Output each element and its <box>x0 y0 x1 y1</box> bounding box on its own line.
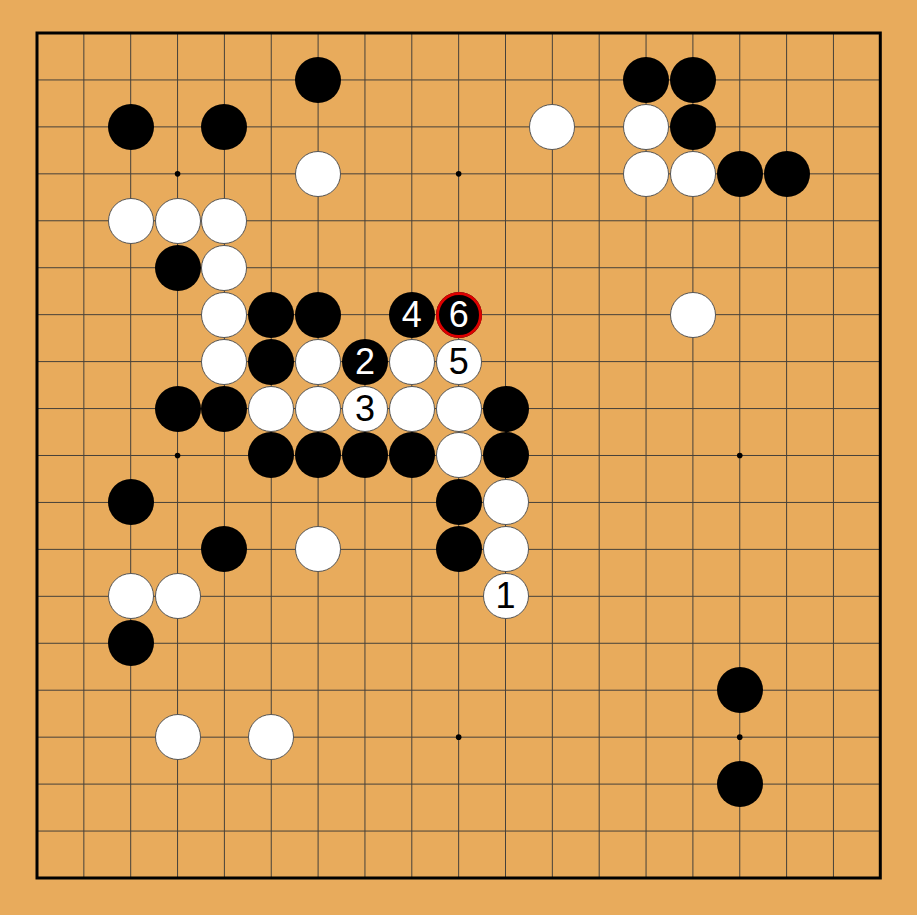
intersection[interactable]: 5 <box>435 338 482 385</box>
intersection[interactable] <box>295 244 342 291</box>
intersection[interactable] <box>435 197 482 244</box>
intersection[interactable] <box>435 620 482 667</box>
intersection[interactable] <box>60 291 107 338</box>
intersection[interactable] <box>763 103 810 150</box>
intersection[interactable] <box>716 479 763 526</box>
intersection[interactable] <box>201 573 248 620</box>
intersection[interactable] <box>623 10 670 57</box>
intersection[interactable] <box>154 667 201 714</box>
intersection[interactable] <box>201 197 248 244</box>
intersection[interactable] <box>107 714 154 761</box>
intersection[interactable] <box>857 197 904 244</box>
intersection[interactable] <box>60 197 107 244</box>
intersection[interactable] <box>60 854 107 901</box>
intersection[interactable] <box>14 56 61 103</box>
intersection[interactable]: 3 <box>342 385 389 432</box>
intersection[interactable] <box>388 244 435 291</box>
intersection[interactable] <box>576 667 623 714</box>
intersection[interactable] <box>529 714 576 761</box>
intersection[interactable] <box>388 854 435 901</box>
intersection[interactable] <box>576 56 623 103</box>
intersection[interactable] <box>810 338 857 385</box>
intersection[interactable] <box>248 103 295 150</box>
intersection[interactable] <box>60 761 107 808</box>
intersection[interactable] <box>295 854 342 901</box>
intersection[interactable] <box>248 573 295 620</box>
intersection[interactable] <box>529 338 576 385</box>
intersection[interactable] <box>154 291 201 338</box>
intersection[interactable] <box>295 150 342 197</box>
intersection[interactable] <box>14 291 61 338</box>
intersection[interactable] <box>716 526 763 573</box>
intersection[interactable] <box>435 808 482 855</box>
intersection[interactable] <box>716 197 763 244</box>
intersection[interactable] <box>576 714 623 761</box>
intersection[interactable] <box>107 10 154 57</box>
intersection[interactable] <box>857 667 904 714</box>
intersection[interactable] <box>201 854 248 901</box>
intersection[interactable] <box>295 573 342 620</box>
intersection[interactable] <box>60 10 107 57</box>
intersection[interactable] <box>388 714 435 761</box>
intersection[interactable] <box>529 667 576 714</box>
intersection[interactable] <box>388 150 435 197</box>
intersection[interactable] <box>529 291 576 338</box>
intersection[interactable] <box>482 667 529 714</box>
intersection[interactable] <box>716 338 763 385</box>
intersection[interactable] <box>388 197 435 244</box>
intersection[interactable] <box>154 479 201 526</box>
intersection[interactable] <box>435 714 482 761</box>
intersection[interactable] <box>810 854 857 901</box>
intersection[interactable] <box>435 761 482 808</box>
intersection[interactable] <box>201 714 248 761</box>
intersection[interactable] <box>623 667 670 714</box>
intersection[interactable] <box>295 808 342 855</box>
intersection[interactable] <box>810 526 857 573</box>
intersection[interactable] <box>14 150 61 197</box>
intersection[interactable] <box>14 714 61 761</box>
intersection[interactable] <box>342 10 389 57</box>
intersection[interactable] <box>14 244 61 291</box>
intersection[interactable] <box>810 56 857 103</box>
intersection[interactable] <box>529 150 576 197</box>
intersection[interactable] <box>623 479 670 526</box>
intersection[interactable] <box>107 385 154 432</box>
intersection[interactable] <box>248 10 295 57</box>
intersection[interactable] <box>670 385 717 432</box>
intersection[interactable] <box>295 526 342 573</box>
intersection[interactable] <box>529 761 576 808</box>
intersection[interactable] <box>107 150 154 197</box>
intersection[interactable] <box>60 573 107 620</box>
intersection[interactable] <box>763 432 810 479</box>
intersection[interactable] <box>154 714 201 761</box>
intersection[interactable] <box>342 103 389 150</box>
intersection[interactable] <box>14 573 61 620</box>
intersection[interactable] <box>576 291 623 338</box>
intersection[interactable] <box>388 385 435 432</box>
intersection[interactable] <box>670 10 717 57</box>
intersection[interactable] <box>342 854 389 901</box>
intersection[interactable] <box>623 526 670 573</box>
intersection[interactable] <box>763 56 810 103</box>
intersection[interactable] <box>154 56 201 103</box>
intersection[interactable] <box>248 761 295 808</box>
intersection[interactable] <box>14 761 61 808</box>
intersection[interactable] <box>388 432 435 479</box>
intersection[interactable] <box>810 761 857 808</box>
intersection[interactable] <box>576 197 623 244</box>
intersection[interactable] <box>201 479 248 526</box>
intersection[interactable] <box>482 714 529 761</box>
intersection[interactable] <box>342 56 389 103</box>
intersection[interactable] <box>295 10 342 57</box>
intersection[interactable] <box>857 338 904 385</box>
intersection[interactable] <box>670 432 717 479</box>
intersection[interactable] <box>857 10 904 57</box>
intersection[interactable] <box>529 56 576 103</box>
intersection[interactable] <box>763 573 810 620</box>
intersection[interactable] <box>201 10 248 57</box>
intersection[interactable] <box>716 385 763 432</box>
intersection[interactable] <box>388 338 435 385</box>
intersection[interactable] <box>810 150 857 197</box>
intersection[interactable] <box>857 620 904 667</box>
intersection[interactable] <box>576 761 623 808</box>
intersection[interactable] <box>388 10 435 57</box>
intersection[interactable] <box>529 479 576 526</box>
intersection[interactable] <box>576 338 623 385</box>
intersection[interactable] <box>248 432 295 479</box>
intersection[interactable] <box>388 573 435 620</box>
intersection[interactable] <box>154 150 201 197</box>
intersection[interactable] <box>60 56 107 103</box>
intersection[interactable] <box>716 854 763 901</box>
intersection[interactable] <box>388 761 435 808</box>
intersection[interactable] <box>763 291 810 338</box>
intersection[interactable] <box>623 573 670 620</box>
intersection[interactable] <box>60 150 107 197</box>
intersection[interactable] <box>295 385 342 432</box>
intersection[interactable] <box>716 291 763 338</box>
intersection[interactable] <box>248 291 295 338</box>
intersection[interactable] <box>670 291 717 338</box>
intersection[interactable] <box>248 854 295 901</box>
intersection[interactable] <box>716 620 763 667</box>
intersection[interactable] <box>14 808 61 855</box>
intersection[interactable] <box>435 56 482 103</box>
intersection[interactable] <box>810 573 857 620</box>
intersection[interactable] <box>623 197 670 244</box>
intersection[interactable] <box>623 291 670 338</box>
intersection[interactable] <box>107 667 154 714</box>
intersection[interactable] <box>482 10 529 57</box>
intersection[interactable] <box>623 854 670 901</box>
intersection[interactable] <box>14 338 61 385</box>
intersection[interactable] <box>107 244 154 291</box>
intersection[interactable] <box>60 385 107 432</box>
intersection[interactable] <box>342 526 389 573</box>
intersection[interactable] <box>763 338 810 385</box>
intersection[interactable] <box>248 244 295 291</box>
intersection[interactable] <box>716 573 763 620</box>
intersection[interactable] <box>810 667 857 714</box>
intersection[interactable] <box>14 432 61 479</box>
intersection[interactable] <box>623 103 670 150</box>
intersection[interactable] <box>14 103 61 150</box>
intersection[interactable] <box>763 385 810 432</box>
intersection[interactable] <box>576 808 623 855</box>
intersection[interactable] <box>763 197 810 244</box>
intersection[interactable] <box>388 808 435 855</box>
intersection[interactable] <box>810 10 857 57</box>
intersection[interactable] <box>201 432 248 479</box>
intersection[interactable] <box>342 761 389 808</box>
intersection[interactable] <box>154 103 201 150</box>
intersection[interactable] <box>342 291 389 338</box>
intersection[interactable] <box>435 10 482 57</box>
intersection[interactable] <box>716 808 763 855</box>
intersection[interactable] <box>435 103 482 150</box>
intersection[interactable] <box>857 432 904 479</box>
intersection[interactable] <box>201 808 248 855</box>
intersection[interactable] <box>529 244 576 291</box>
intersection[interactable] <box>670 338 717 385</box>
intersection[interactable] <box>763 244 810 291</box>
intersection[interactable] <box>763 150 810 197</box>
intersection[interactable] <box>107 432 154 479</box>
intersection[interactable] <box>60 479 107 526</box>
intersection[interactable] <box>107 761 154 808</box>
intersection[interactable] <box>342 667 389 714</box>
intersection[interactable] <box>154 432 201 479</box>
intersection[interactable] <box>342 150 389 197</box>
intersection[interactable]: 6 <box>435 291 482 338</box>
intersection[interactable] <box>248 338 295 385</box>
intersection[interactable] <box>810 385 857 432</box>
intersection[interactable] <box>248 667 295 714</box>
intersection[interactable] <box>107 526 154 573</box>
intersection[interactable] <box>107 854 154 901</box>
intersection[interactable] <box>435 432 482 479</box>
intersection[interactable] <box>295 56 342 103</box>
intersection[interactable] <box>716 761 763 808</box>
intersection[interactable] <box>857 150 904 197</box>
intersection[interactable] <box>435 244 482 291</box>
intersection[interactable] <box>154 761 201 808</box>
intersection[interactable] <box>716 150 763 197</box>
intersection[interactable] <box>623 761 670 808</box>
intersection[interactable] <box>342 197 389 244</box>
intersection[interactable] <box>60 808 107 855</box>
intersection[interactable] <box>482 150 529 197</box>
intersection[interactable] <box>576 10 623 57</box>
intersection[interactable] <box>154 808 201 855</box>
intersection[interactable] <box>388 56 435 103</box>
intersection[interactable] <box>342 573 389 620</box>
intersection[interactable] <box>295 761 342 808</box>
intersection[interactable] <box>670 244 717 291</box>
intersection[interactable] <box>248 714 295 761</box>
intersection[interactable] <box>716 667 763 714</box>
intersection[interactable] <box>248 620 295 667</box>
intersection[interactable] <box>107 808 154 855</box>
intersection[interactable] <box>810 197 857 244</box>
intersection[interactable] <box>482 338 529 385</box>
intersection[interactable] <box>810 620 857 667</box>
intersection[interactable] <box>435 526 482 573</box>
intersection[interactable] <box>201 244 248 291</box>
intersection[interactable] <box>435 150 482 197</box>
intersection[interactable] <box>763 667 810 714</box>
intersection[interactable] <box>857 244 904 291</box>
intersection[interactable] <box>60 338 107 385</box>
intersection[interactable] <box>248 526 295 573</box>
intersection[interactable] <box>154 385 201 432</box>
intersection[interactable] <box>857 385 904 432</box>
intersection[interactable] <box>576 526 623 573</box>
intersection[interactable] <box>154 854 201 901</box>
intersection[interactable] <box>60 667 107 714</box>
intersection[interactable] <box>857 103 904 150</box>
intersection[interactable] <box>670 854 717 901</box>
intersection[interactable] <box>623 150 670 197</box>
intersection[interactable] <box>857 714 904 761</box>
intersection[interactable] <box>295 103 342 150</box>
intersection[interactable] <box>14 667 61 714</box>
intersection[interactable] <box>529 432 576 479</box>
intersection[interactable] <box>763 479 810 526</box>
intersection[interactable] <box>670 526 717 573</box>
intersection[interactable] <box>716 56 763 103</box>
intersection[interactable] <box>623 620 670 667</box>
intersection[interactable] <box>107 197 154 244</box>
intersection[interactable] <box>763 526 810 573</box>
intersection[interactable] <box>248 479 295 526</box>
intersection[interactable] <box>576 244 623 291</box>
intersection[interactable] <box>482 620 529 667</box>
intersection[interactable] <box>576 620 623 667</box>
intersection[interactable] <box>295 667 342 714</box>
intersection[interactable] <box>342 808 389 855</box>
intersection[interactable] <box>201 150 248 197</box>
intersection[interactable] <box>248 808 295 855</box>
intersection[interactable] <box>670 150 717 197</box>
intersection[interactable] <box>201 56 248 103</box>
intersection[interactable] <box>107 56 154 103</box>
intersection[interactable] <box>107 291 154 338</box>
intersection[interactable] <box>248 197 295 244</box>
intersection[interactable] <box>107 103 154 150</box>
intersection[interactable] <box>810 291 857 338</box>
intersection[interactable] <box>857 573 904 620</box>
intersection[interactable] <box>295 291 342 338</box>
intersection[interactable] <box>154 620 201 667</box>
intersection[interactable] <box>201 103 248 150</box>
intersection[interactable] <box>295 479 342 526</box>
intersection[interactable] <box>60 620 107 667</box>
intersection[interactable] <box>60 526 107 573</box>
intersection[interactable] <box>623 432 670 479</box>
intersection[interactable] <box>529 10 576 57</box>
intersection[interactable] <box>107 479 154 526</box>
intersection[interactable] <box>435 479 482 526</box>
intersection[interactable] <box>716 244 763 291</box>
intersection[interactable] <box>482 808 529 855</box>
intersection[interactable] <box>342 432 389 479</box>
intersection[interactable] <box>248 385 295 432</box>
intersection[interactable] <box>763 854 810 901</box>
intersection[interactable] <box>670 103 717 150</box>
intersection[interactable]: 4 <box>388 291 435 338</box>
intersection[interactable] <box>670 573 717 620</box>
intersection[interactable] <box>670 761 717 808</box>
intersection[interactable] <box>670 197 717 244</box>
intersection[interactable] <box>342 620 389 667</box>
intersection[interactable] <box>576 479 623 526</box>
intersection[interactable] <box>810 103 857 150</box>
intersection[interactable] <box>201 526 248 573</box>
intersection[interactable] <box>107 338 154 385</box>
intersection[interactable] <box>14 10 61 57</box>
intersection[interactable] <box>810 244 857 291</box>
intersection[interactable] <box>482 291 529 338</box>
intersection[interactable] <box>810 432 857 479</box>
intersection[interactable] <box>295 620 342 667</box>
intersection[interactable] <box>14 479 61 526</box>
intersection[interactable] <box>388 526 435 573</box>
intersection[interactable] <box>201 761 248 808</box>
intersection[interactable] <box>154 197 201 244</box>
intersection[interactable] <box>14 526 61 573</box>
intersection[interactable] <box>716 10 763 57</box>
intersection[interactable] <box>482 56 529 103</box>
intersection[interactable] <box>763 620 810 667</box>
intersection[interactable] <box>716 432 763 479</box>
intersection[interactable] <box>763 714 810 761</box>
intersection[interactable] <box>435 667 482 714</box>
intersection[interactable] <box>482 244 529 291</box>
intersection[interactable] <box>482 103 529 150</box>
intersection[interactable] <box>154 573 201 620</box>
intersection[interactable] <box>388 479 435 526</box>
intersection[interactable] <box>14 854 61 901</box>
intersection[interactable] <box>388 667 435 714</box>
intersection[interactable] <box>576 432 623 479</box>
intersection[interactable] <box>154 526 201 573</box>
intersection[interactable] <box>248 56 295 103</box>
intersection[interactable] <box>435 573 482 620</box>
intersection[interactable] <box>435 385 482 432</box>
intersection[interactable] <box>857 291 904 338</box>
intersection[interactable] <box>716 714 763 761</box>
intersection[interactable] <box>482 479 529 526</box>
intersection[interactable]: 1 <box>482 573 529 620</box>
intersection[interactable] <box>529 854 576 901</box>
intersection[interactable] <box>201 667 248 714</box>
intersection[interactable] <box>623 714 670 761</box>
intersection[interactable] <box>60 103 107 150</box>
intersection[interactable] <box>248 150 295 197</box>
intersection[interactable] <box>576 385 623 432</box>
intersection[interactable] <box>295 197 342 244</box>
intersection[interactable] <box>623 385 670 432</box>
intersection[interactable] <box>576 573 623 620</box>
intersection[interactable] <box>529 385 576 432</box>
intersection[interactable] <box>670 808 717 855</box>
intersection[interactable] <box>716 103 763 150</box>
